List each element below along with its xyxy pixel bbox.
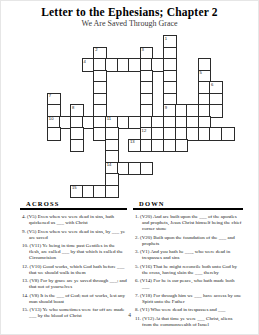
grid-cell[interactable] bbox=[141, 105, 153, 117]
down-header-rule bbox=[133, 208, 243, 210]
grid-cell[interactable] bbox=[94, 128, 106, 140]
grid-cell[interactable] bbox=[141, 140, 153, 152]
clue-number: 3 bbox=[142, 47, 144, 52]
clue-item: 14. (V8) It is the ___ of God; not of wo… bbox=[22, 293, 127, 305]
page-number: 4 bbox=[0, 312, 259, 318]
clue-number: 5 bbox=[200, 70, 202, 75]
grid-cell[interactable] bbox=[199, 59, 211, 71]
grid-cell[interactable] bbox=[71, 128, 83, 140]
grid-cell[interactable] bbox=[129, 163, 141, 175]
grid-cell[interactable] bbox=[152, 128, 164, 140]
grid-cell[interactable]: 1 bbox=[164, 36, 176, 48]
grid-cell[interactable] bbox=[187, 105, 199, 117]
grid-cell[interactable] bbox=[141, 59, 153, 71]
grid-cell[interactable] bbox=[141, 71, 153, 83]
clue-number: 1 bbox=[165, 36, 167, 41]
grid-cell[interactable] bbox=[164, 140, 176, 152]
clue-number: 13 bbox=[130, 139, 135, 144]
grid-cell[interactable] bbox=[106, 59, 118, 71]
page-subtitle: We Are Saved Through Grace bbox=[0, 19, 259, 28]
grid-cell[interactable] bbox=[164, 117, 176, 129]
grid-cell[interactable]: 4 bbox=[83, 59, 95, 71]
grid-cell[interactable] bbox=[48, 105, 60, 117]
grid-cell[interactable] bbox=[106, 174, 118, 186]
grid-cell[interactable] bbox=[152, 59, 164, 71]
crossword-grid: 123456789101112131415 bbox=[48, 36, 234, 197]
grid-cell[interactable]: 11 bbox=[106, 117, 118, 129]
clue-number: 10 bbox=[49, 116, 54, 121]
grid-cell[interactable] bbox=[176, 140, 188, 152]
grid-cell[interactable] bbox=[199, 105, 211, 117]
grid-cell[interactable] bbox=[164, 94, 176, 106]
grid-cell[interactable] bbox=[210, 94, 222, 106]
grid-cell[interactable] bbox=[94, 105, 106, 117]
clue-item: 3. (V1) And you hath he ___, who were de… bbox=[135, 249, 243, 261]
clue-number: 7 bbox=[49, 93, 51, 98]
grid-cell[interactable] bbox=[60, 117, 72, 129]
grid-cell[interactable] bbox=[164, 128, 176, 140]
grid-cell[interactable]: 2 bbox=[94, 48, 106, 60]
grid-cell[interactable] bbox=[106, 151, 118, 163]
grid-cell[interactable] bbox=[94, 82, 106, 94]
grid-cell[interactable] bbox=[141, 82, 153, 94]
grid-cell[interactable] bbox=[83, 117, 95, 129]
grid-cell[interactable]: 5 bbox=[199, 71, 211, 83]
grid-cell[interactable] bbox=[94, 59, 106, 71]
grid-cell[interactable] bbox=[199, 94, 211, 106]
grid-cell[interactable]: 10 bbox=[48, 117, 60, 129]
grid-cell[interactable] bbox=[164, 59, 176, 71]
grid-cell[interactable] bbox=[210, 105, 222, 117]
clue-item: 9. (V5) Even when we were dead in sins, … bbox=[22, 229, 127, 241]
clue-item: 2. (V20) Built upon the foundation of th… bbox=[135, 235, 243, 247]
grid-cell[interactable]: 8 bbox=[71, 105, 83, 117]
clue-item: 7. (V18) For through him we ___ have acc… bbox=[135, 293, 243, 305]
across-section: ACROSS 4. (V5) Even when we were dead in… bbox=[20, 200, 127, 322]
clue-item: 13. (V8) For by grace are ye saved throu… bbox=[22, 278, 127, 290]
grid-cell[interactable] bbox=[71, 140, 83, 152]
grid-cell[interactable] bbox=[164, 82, 176, 94]
clue-number: 2 bbox=[95, 47, 97, 52]
grid-cell[interactable]: 6 bbox=[210, 82, 222, 94]
clue-number: 14 bbox=[107, 162, 112, 167]
page-title: Letter to the Ephesians; Chapter 2 bbox=[0, 6, 259, 18]
across-header-rule bbox=[20, 208, 127, 210]
clue-item: 6. (V14) For he is our peace, who hath m… bbox=[135, 278, 243, 290]
clue-item: 1. (V20) And are built upon the ___ of t… bbox=[135, 214, 243, 232]
clue-item: 4. (V5) Even when we were dead in sins, … bbox=[22, 214, 127, 226]
grid-cell[interactable]: 13 bbox=[129, 140, 141, 152]
grid-cell[interactable] bbox=[199, 128, 211, 140]
grid-cell[interactable] bbox=[71, 117, 83, 129]
clue-item: 10. (V11) Ye being in time past Gentiles… bbox=[22, 243, 127, 261]
grid-cell[interactable] bbox=[106, 140, 118, 152]
grid-cell[interactable] bbox=[106, 128, 118, 140]
clue-number: 12 bbox=[142, 128, 147, 133]
grid-cell[interactable] bbox=[187, 117, 199, 129]
grid-cell[interactable] bbox=[83, 186, 95, 198]
clue-number: 15 bbox=[72, 185, 77, 190]
clue-number: 6 bbox=[211, 82, 213, 87]
grid-cell[interactable] bbox=[118, 59, 130, 71]
down-header: DOWN bbox=[133, 200, 243, 207]
grid-cell[interactable] bbox=[164, 71, 176, 83]
grid-cell[interactable] bbox=[118, 117, 130, 129]
grid-cell[interactable] bbox=[94, 71, 106, 83]
grid-cell[interactable] bbox=[164, 48, 176, 60]
grid-cell[interactable] bbox=[199, 82, 211, 94]
clue-item: 12. (V10) Good works, which God hath bef… bbox=[22, 264, 127, 276]
grid-cell[interactable]: 3 bbox=[141, 48, 153, 60]
down-clue-list: 1. (V20) And are built upon the ___ of t… bbox=[133, 214, 243, 328]
grid-cell[interactable]: 12 bbox=[141, 128, 153, 140]
grid-cell[interactable] bbox=[129, 117, 141, 129]
grid-cell[interactable] bbox=[48, 128, 60, 140]
grid-cell[interactable] bbox=[152, 140, 164, 152]
grid-cell[interactable] bbox=[222, 128, 234, 140]
grid-cell[interactable] bbox=[94, 94, 106, 106]
clue-number: 9 bbox=[165, 105, 167, 110]
grid-cell[interactable] bbox=[187, 128, 199, 140]
grid-cell[interactable] bbox=[129, 59, 141, 71]
grid-cell[interactable] bbox=[141, 94, 153, 106]
grid-cell[interactable] bbox=[176, 105, 188, 117]
clue-number: 4 bbox=[84, 59, 86, 64]
grid-cell[interactable]: 14 bbox=[106, 163, 118, 175]
grid-cell[interactable] bbox=[176, 117, 188, 129]
grid-cell[interactable] bbox=[176, 128, 188, 140]
clue-number: 11 bbox=[107, 116, 111, 121]
grid-cell[interactable] bbox=[118, 163, 130, 175]
across-header: ACROSS bbox=[20, 200, 127, 207]
grid-cell[interactable] bbox=[210, 128, 222, 140]
grid-cell[interactable]: 15 bbox=[71, 186, 83, 198]
down-section: DOWN 1. (V20) And are built upon the ___… bbox=[133, 200, 243, 330]
grid-cell[interactable] bbox=[141, 117, 153, 129]
clue-number: 8 bbox=[72, 105, 74, 110]
grid-cell[interactable] bbox=[94, 186, 106, 198]
grid-cell[interactable] bbox=[94, 117, 106, 129]
across-clue-list: 4. (V5) Even when we were dead in sins, … bbox=[20, 214, 127, 319]
grid-cell[interactable] bbox=[141, 163, 153, 175]
grid-cell[interactable] bbox=[152, 117, 164, 129]
grid-cell[interactable] bbox=[199, 117, 211, 129]
grid-cell[interactable] bbox=[106, 186, 118, 198]
grid-cell[interactable]: 9 bbox=[164, 105, 176, 117]
grid-cell[interactable]: 7 bbox=[48, 94, 60, 106]
clue-item: 5. (V16) That he might reconcile both un… bbox=[135, 264, 243, 276]
